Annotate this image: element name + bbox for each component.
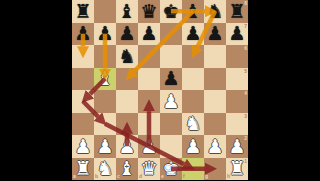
piece-white-queen-d1[interactable]: ♛ <box>140 159 157 178</box>
board[interactable]: ♜♝♛♚♝♞♜8♟♟♟♟♟♟♟7♞6♝♟5♟4♞3♟♟♟♟♟♟♟2♜a♞b♝c♛… <box>72 0 248 180</box>
rank-label-7: 7 <box>244 24 247 29</box>
piece-white-pawn-e4[interactable]: ♟ <box>162 92 179 111</box>
letterbox-left <box>0 0 72 180</box>
piece-black-pawn-e5[interactable]: ♟ <box>162 69 179 88</box>
square-e2[interactable] <box>160 135 182 158</box>
square-h4[interactable]: 4 <box>226 90 248 113</box>
rank-label-2: 2 <box>244 136 247 141</box>
square-g1[interactable]: g <box>204 158 226 181</box>
square-b3[interactable] <box>94 113 116 136</box>
square-d4[interactable] <box>138 90 160 113</box>
piece-white-knight-b1[interactable]: ♞ <box>96 159 113 178</box>
square-d8[interactable]: ♛ <box>138 0 160 23</box>
piece-black-pawn-h7[interactable]: ♟ <box>228 24 245 43</box>
square-e7[interactable] <box>160 23 182 46</box>
square-f6[interactable] <box>182 45 204 68</box>
square-b5[interactable]: ♝ <box>94 68 116 91</box>
piece-white-rook-h1[interactable]: ♜ <box>228 159 245 178</box>
square-g3[interactable] <box>204 113 226 136</box>
piece-black-bishop-f8[interactable]: ♝ <box>184 2 201 21</box>
file-label-a: a <box>73 174 76 179</box>
square-c3[interactable] <box>116 113 138 136</box>
piece-black-rook-a8[interactable]: ♜ <box>74 2 91 21</box>
square-a7[interactable]: ♟ <box>72 23 94 46</box>
piece-white-pawn-d2[interactable]: ♟ <box>140 137 157 156</box>
rank-label-4: 4 <box>244 91 247 96</box>
square-a8[interactable]: ♜ <box>72 0 94 23</box>
square-f4[interactable] <box>182 90 204 113</box>
square-e3[interactable] <box>160 113 182 136</box>
piece-black-pawn-d7[interactable]: ♟ <box>140 24 157 43</box>
square-f2[interactable]: ♟ <box>182 135 204 158</box>
square-d6[interactable] <box>138 45 160 68</box>
square-g8[interactable]: ♞ <box>204 0 226 23</box>
square-c4[interactable] <box>116 90 138 113</box>
square-b6[interactable] <box>94 45 116 68</box>
piece-black-king-e8[interactable]: ♚ <box>162 2 179 21</box>
square-c5[interactable] <box>116 68 138 91</box>
square-g2[interactable]: ♟ <box>204 135 226 158</box>
piece-black-queen-d8[interactable]: ♛ <box>140 2 157 21</box>
square-c6[interactable]: ♞ <box>116 45 138 68</box>
file-label-f: f <box>183 174 185 179</box>
square-c1[interactable]: ♝c <box>116 158 138 181</box>
piece-white-rook-a1[interactable]: ♜ <box>74 159 91 178</box>
chess-screenshot: ♜♝♛♚♝♞♜8♟♟♟♟♟♟♟7♞6♝♟5♟4♞3♟♟♟♟♟♟♟2♜a♞b♝c♛… <box>0 0 320 180</box>
piece-black-pawn-c7[interactable]: ♟ <box>118 24 135 43</box>
square-d7[interactable]: ♟ <box>138 23 160 46</box>
piece-white-king-e1[interactable]: ♚ <box>162 159 179 178</box>
square-a4[interactable] <box>72 90 94 113</box>
piece-white-pawn-g2[interactable]: ♟ <box>206 137 223 156</box>
square-d1[interactable]: ♛d <box>138 158 160 181</box>
file-label-b: b <box>95 174 98 179</box>
square-c2[interactable]: ♟ <box>116 135 138 158</box>
piece-black-pawn-b7[interactable]: ♟ <box>96 24 113 43</box>
square-c8[interactable]: ♝ <box>116 0 138 23</box>
square-a1[interactable]: ♜a <box>72 158 94 181</box>
rank-label-3: 3 <box>244 114 247 119</box>
square-e1[interactable]: ♚e <box>160 158 182 181</box>
piece-white-bishop-c1[interactable]: ♝ <box>118 159 135 178</box>
square-f3[interactable]: ♞ <box>182 113 204 136</box>
square-h5[interactable]: 5 <box>226 68 248 91</box>
rank-label-8: 8 <box>244 1 247 6</box>
square-d2[interactable]: ♟ <box>138 135 160 158</box>
square-g7[interactable]: ♟ <box>204 23 226 46</box>
square-b2[interactable]: ♟ <box>94 135 116 158</box>
square-h1[interactable]: ♜1h <box>226 158 248 181</box>
square-e5[interactable]: ♟ <box>160 68 182 91</box>
piece-white-bishop-b5[interactable]: ♝ <box>96 69 113 88</box>
rank-label-5: 5 <box>244 69 247 74</box>
piece-black-bishop-c8[interactable]: ♝ <box>118 2 135 21</box>
piece-black-rook-h8[interactable]: ♜ <box>228 2 245 21</box>
square-f8[interactable]: ♝ <box>182 0 204 23</box>
piece-white-pawn-a2[interactable]: ♟ <box>74 137 91 156</box>
file-label-h: h <box>227 174 230 179</box>
piece-white-pawn-c2[interactable]: ♟ <box>118 137 135 156</box>
square-d3[interactable] <box>138 113 160 136</box>
piece-black-knight-g8[interactable]: ♞ <box>206 2 223 21</box>
rank-label-6: 6 <box>244 46 247 51</box>
square-g5[interactable] <box>204 68 226 91</box>
square-f7[interactable]: ♟ <box>182 23 204 46</box>
square-d5[interactable] <box>138 68 160 91</box>
square-b8[interactable] <box>94 0 116 23</box>
square-h3[interactable]: 3 <box>226 113 248 136</box>
file-label-c: c <box>117 174 120 179</box>
piece-black-pawn-a7[interactable]: ♟ <box>74 24 91 43</box>
letterbox-right <box>248 0 320 180</box>
square-h6[interactable]: 6 <box>226 45 248 68</box>
piece-black-knight-c6[interactable]: ♞ <box>118 47 135 66</box>
square-a3[interactable] <box>72 113 94 136</box>
square-g6[interactable] <box>204 45 226 68</box>
piece-white-knight-f3[interactable]: ♞ <box>184 114 201 133</box>
square-b7[interactable]: ♟ <box>94 23 116 46</box>
square-b1[interactable]: ♞b <box>94 158 116 181</box>
piece-white-pawn-h2[interactable]: ♟ <box>228 137 245 156</box>
square-f1[interactable]: f <box>182 158 204 181</box>
file-label-g: g <box>205 174 208 179</box>
piece-black-pawn-f7[interactable]: ♟ <box>184 24 201 43</box>
square-e4[interactable]: ♟ <box>160 90 182 113</box>
file-label-d: d <box>139 174 142 179</box>
file-label-e: e <box>161 174 164 179</box>
piece-white-pawn-b2[interactable]: ♟ <box>96 137 113 156</box>
piece-white-pawn-f2[interactable]: ♟ <box>184 137 201 156</box>
square-g4[interactable] <box>204 90 226 113</box>
square-a5[interactable] <box>72 68 94 91</box>
square-c7[interactable]: ♟ <box>116 23 138 46</box>
square-f5[interactable] <box>182 68 204 91</box>
square-h2[interactable]: ♟2 <box>226 135 248 158</box>
square-a6[interactable] <box>72 45 94 68</box>
square-e8[interactable]: ♚ <box>160 0 182 23</box>
rank-label-1: 1 <box>244 159 247 164</box>
square-b4[interactable] <box>94 90 116 113</box>
square-h7[interactable]: ♟7 <box>226 23 248 46</box>
piece-black-pawn-g7[interactable]: ♟ <box>206 24 223 43</box>
square-a2[interactable]: ♟ <box>72 135 94 158</box>
square-h8[interactable]: ♜8 <box>226 0 248 23</box>
square-e6[interactable] <box>160 45 182 68</box>
